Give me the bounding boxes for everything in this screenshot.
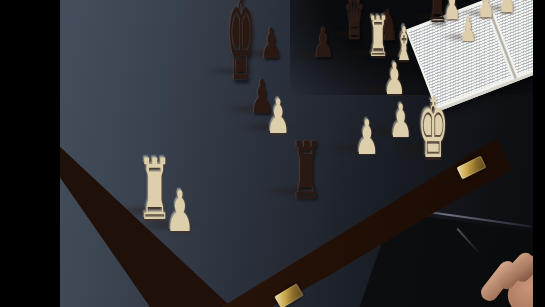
letterbox-bar-right [533, 0, 545, 307]
black-rook-glyph: ♜ [428, 0, 448, 32]
white-pawn-glyph: ♟ [459, 12, 476, 46]
video-frame: AABBCCDDEEFFGGHH1122334455667788 ♚♟♟♟♜♚♟… [0, 0, 545, 307]
black-rook-glyph: ♜ [291, 133, 322, 212]
white-pawn-glyph: ♟ [355, 114, 380, 162]
letterbox-bar-left [0, 0, 60, 307]
black-pawn-glyph: ♟ [313, 24, 334, 66]
white-pawn-glyph: ♟ [166, 184, 195, 240]
black-pawn-glyph: ♟ [260, 23, 282, 65]
white-pawn-glyph: ♟ [389, 98, 413, 144]
white-pawn-glyph: ♟ [266, 92, 290, 140]
white-pawn-glyph: ♟ [477, 0, 494, 24]
white-king-glyph: ♚ [418, 87, 449, 171]
white-pawn-glyph: ♟ [498, 0, 515, 19]
black-queen-glyph: ♛ [345, 0, 365, 49]
